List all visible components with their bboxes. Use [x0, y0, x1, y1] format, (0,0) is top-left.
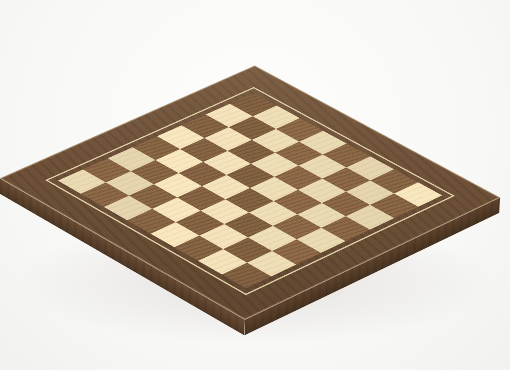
- square-e5: [225, 188, 273, 213]
- square-b8: [81, 182, 129, 207]
- product-photo: [0, 0, 510, 370]
- square-f4: [274, 190, 322, 215]
- square-e8: [151, 222, 200, 247]
- square-d7: [152, 197, 200, 222]
- square-g3: [322, 192, 370, 217]
- square-f6: [224, 213, 273, 238]
- square-c7: [129, 184, 177, 209]
- square-h8: [222, 263, 271, 289]
- square-f7: [199, 224, 248, 249]
- square-g4: [297, 203, 345, 228]
- square-h2: [370, 194, 418, 219]
- square-e7: [176, 211, 225, 236]
- square-g7: [223, 237, 272, 262]
- square-h7: [247, 251, 296, 276]
- square-g6: [248, 226, 297, 251]
- square-h3: [346, 205, 394, 230]
- square-h5: [297, 228, 346, 253]
- square-e6: [201, 199, 249, 224]
- square-g8: [198, 249, 247, 274]
- square-g5: [273, 214, 322, 239]
- square-h4: [321, 216, 370, 241]
- square-f8: [174, 236, 223, 261]
- square-h6: [272, 239, 321, 264]
- square-c8: [104, 196, 152, 221]
- square-d6: [177, 186, 225, 211]
- square-d8: [127, 209, 176, 234]
- square-f5: [249, 201, 297, 226]
